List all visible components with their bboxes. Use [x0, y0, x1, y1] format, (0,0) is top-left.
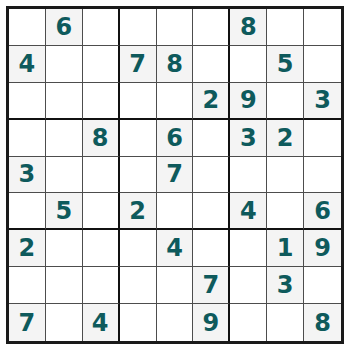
cell-r8c2[interactable]: [46, 267, 83, 304]
cell-r9c5[interactable]: [157, 304, 194, 341]
cell-r2c1[interactable]: 4: [9, 46, 46, 83]
cell-r1c1[interactable]: [9, 9, 46, 46]
cell-r9c9[interactable]: 8: [304, 304, 341, 341]
cell-r1c8[interactable]: [267, 9, 304, 46]
cell-r5c9[interactable]: [304, 157, 341, 194]
cell-r9c2[interactable]: [46, 304, 83, 341]
cell-r8c3[interactable]: [83, 267, 120, 304]
cell-r3c1[interactable]: [9, 83, 46, 120]
cell-r3c5[interactable]: [157, 83, 194, 120]
cell-r6c9[interactable]: 6: [304, 193, 341, 230]
cell-r4c2[interactable]: [46, 120, 83, 157]
sudoku-grid: 68478529386323752462419737498: [6, 6, 344, 344]
cell-r8c1[interactable]: [9, 267, 46, 304]
cell-r2c4[interactable]: 7: [120, 46, 157, 83]
cell-r1c5[interactable]: [157, 9, 194, 46]
cell-r5c1[interactable]: 3: [9, 157, 46, 194]
cell-r4c7[interactable]: 3: [230, 120, 267, 157]
cell-r2c5[interactable]: 8: [157, 46, 194, 83]
cell-r4c8[interactable]: 2: [267, 120, 304, 157]
cell-r7c9[interactable]: 9: [304, 230, 341, 267]
cell-r7c8[interactable]: 1: [267, 230, 304, 267]
cell-r9c1[interactable]: 7: [9, 304, 46, 341]
cell-r8c9[interactable]: [304, 267, 341, 304]
cell-r1c6[interactable]: [193, 9, 230, 46]
cell-r4c4[interactable]: [120, 120, 157, 157]
cell-r5c5[interactable]: 7: [157, 157, 194, 194]
cell-r1c3[interactable]: [83, 9, 120, 46]
cell-r6c1[interactable]: [9, 193, 46, 230]
cell-r2c9[interactable]: [304, 46, 341, 83]
cell-r3c7[interactable]: 9: [230, 83, 267, 120]
cell-r4c5[interactable]: 6: [157, 120, 194, 157]
cell-r7c1[interactable]: 2: [9, 230, 46, 267]
cell-r2c2[interactable]: [46, 46, 83, 83]
cell-r7c6[interactable]: [193, 230, 230, 267]
cell-r2c7[interactable]: [230, 46, 267, 83]
cell-r2c6[interactable]: [193, 46, 230, 83]
cell-r9c4[interactable]: [120, 304, 157, 341]
cell-r5c3[interactable]: [83, 157, 120, 194]
cell-r1c4[interactable]: [120, 9, 157, 46]
cell-r4c9[interactable]: [304, 120, 341, 157]
cell-r6c6[interactable]: [193, 193, 230, 230]
cell-r9c7[interactable]: [230, 304, 267, 341]
cell-r8c8[interactable]: 3: [267, 267, 304, 304]
cell-r2c8[interactable]: 5: [267, 46, 304, 83]
cell-r4c3[interactable]: 8: [83, 120, 120, 157]
cell-r3c2[interactable]: [46, 83, 83, 120]
cell-r9c8[interactable]: [267, 304, 304, 341]
cell-r6c3[interactable]: [83, 193, 120, 230]
cell-r3c9[interactable]: 3: [304, 83, 341, 120]
cell-r9c3[interactable]: 4: [83, 304, 120, 341]
cell-r6c5[interactable]: [157, 193, 194, 230]
cell-r7c3[interactable]: [83, 230, 120, 267]
cell-r5c4[interactable]: [120, 157, 157, 194]
cell-r7c4[interactable]: [120, 230, 157, 267]
cell-r9c6[interactable]: 9: [193, 304, 230, 341]
cell-r5c2[interactable]: [46, 157, 83, 194]
cell-r1c9[interactable]: [304, 9, 341, 46]
cell-r7c7[interactable]: [230, 230, 267, 267]
cell-r2c3[interactable]: [83, 46, 120, 83]
cell-r4c1[interactable]: [9, 120, 46, 157]
cell-r6c2[interactable]: 5: [46, 193, 83, 230]
cell-r6c4[interactable]: 2: [120, 193, 157, 230]
cell-r6c8[interactable]: [267, 193, 304, 230]
cell-r8c4[interactable]: [120, 267, 157, 304]
cell-r3c6[interactable]: 2: [193, 83, 230, 120]
cell-r7c5[interactable]: 4: [157, 230, 194, 267]
cell-r6c7[interactable]: 4: [230, 193, 267, 230]
cell-r3c4[interactable]: [120, 83, 157, 120]
cell-r5c8[interactable]: [267, 157, 304, 194]
cell-r8c6[interactable]: 7: [193, 267, 230, 304]
cell-r8c7[interactable]: [230, 267, 267, 304]
sudoku-board: 68478529386323752462419737498: [0, 0, 350, 350]
cell-r1c2[interactable]: 6: [46, 9, 83, 46]
cell-r8c5[interactable]: [157, 267, 194, 304]
cell-r1c7[interactable]: 8: [230, 9, 267, 46]
cell-r3c8[interactable]: [267, 83, 304, 120]
cell-r5c7[interactable]: [230, 157, 267, 194]
cell-r5c6[interactable]: [193, 157, 230, 194]
cell-r3c3[interactable]: [83, 83, 120, 120]
cell-r7c2[interactable]: [46, 230, 83, 267]
cell-r4c6[interactable]: [193, 120, 230, 157]
